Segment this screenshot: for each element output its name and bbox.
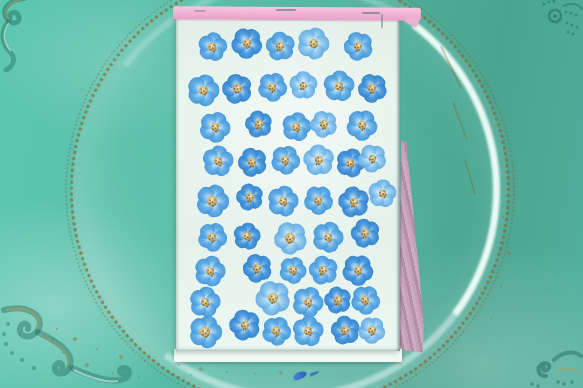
plate-emboss-bottom-right-icon — [524, 342, 583, 388]
photo-stage — [0, 0, 583, 388]
glue-strip-mark — [194, 10, 206, 12]
glue-strip-mark — [362, 12, 380, 14]
pink-glue-strip — [173, 6, 421, 20]
plate-wear-specks — [170, 362, 172, 364]
plate-emboss-top-right-icon — [538, 0, 583, 42]
plate-emboss-top-left-icon — [0, 0, 42, 72]
plate-wear-specks — [498, 206, 500, 208]
plate-emboss-bottom-left-icon — [0, 290, 154, 388]
flower-sheet — [176, 8, 400, 351]
glue-strip-mark — [276, 9, 296, 11]
glue-strip-mark — [381, 14, 383, 28]
